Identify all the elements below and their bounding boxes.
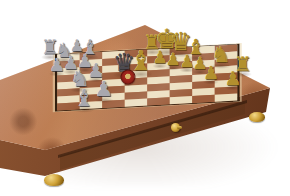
piece-silver-bishop[interactable]: ♝	[74, 87, 95, 110]
square[interactable]	[147, 97, 170, 105]
chess-set-photo: ♜♚♟♛♜♝♝♞♟♞♟♟♟♟♟♟♝♜♛♟♟♟♞♟♝	[0, 0, 290, 196]
piece-silver-pawn[interactable]: ♟	[49, 56, 65, 74]
drawer-knob[interactable]	[171, 123, 180, 132]
square[interactable]	[125, 99, 148, 107]
gold-foot-right	[249, 112, 265, 122]
piece-gold-pawn[interactable]: ♟	[165, 51, 180, 68]
square[interactable]	[170, 96, 193, 104]
gold-foot-front-left	[44, 174, 64, 186]
piece-gold-pawn[interactable]: ♟	[203, 64, 219, 82]
piece-gold-pawn[interactable]: ♟	[224, 69, 241, 88]
square[interactable]	[192, 95, 215, 103]
square[interactable]	[215, 94, 238, 102]
piece-silver-pawn[interactable]: ♟	[95, 79, 114, 100]
